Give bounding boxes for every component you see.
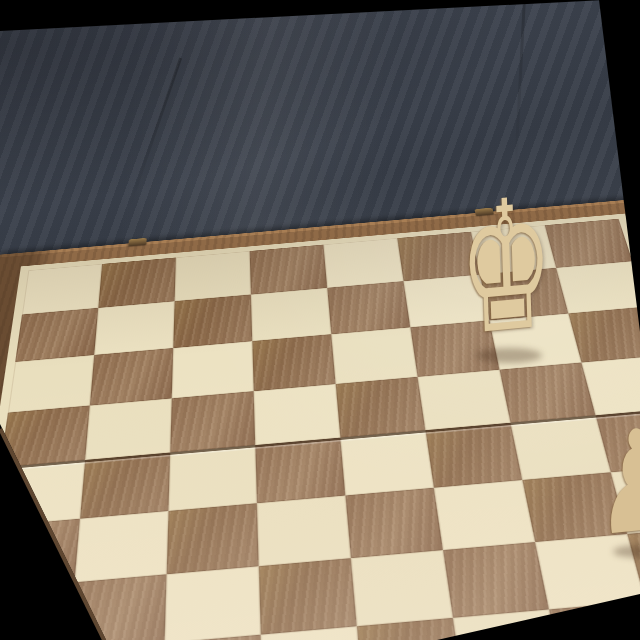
white-king: ♚	[457, 173, 556, 361]
white-pawn: ♟	[591, 408, 640, 556]
piece-layer: ♚♟	[0, 0, 640, 640]
chessboard-photo: ♚♟	[0, 0, 640, 640]
